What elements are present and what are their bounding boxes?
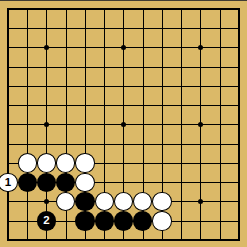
intersection[interactable]	[229, 230, 247, 247]
intersection[interactable]	[56, 76, 75, 95]
intersection[interactable]	[75, 230, 94, 247]
intersection[interactable]	[210, 0, 229, 19]
white-stone-numbered: 1	[0, 173, 18, 193]
intersection[interactable]	[114, 38, 133, 57]
intersection[interactable]	[172, 96, 191, 115]
intersection[interactable]	[229, 57, 247, 76]
intersection[interactable]	[75, 0, 94, 19]
intersection[interactable]	[152, 230, 171, 247]
intersection[interactable]	[133, 230, 152, 247]
intersection[interactable]	[95, 173, 114, 192]
intersection[interactable]	[0, 134, 18, 153]
intersection[interactable]	[133, 0, 152, 19]
intersection[interactable]	[152, 173, 171, 192]
intersection[interactable]	[0, 230, 18, 247]
intersection[interactable]	[210, 134, 229, 153]
intersection[interactable]	[229, 153, 247, 172]
intersection[interactable]	[152, 115, 171, 134]
intersection[interactable]	[75, 57, 94, 76]
intersection[interactable]	[114, 19, 133, 38]
intersection[interactable]: 2	[37, 211, 56, 230]
intersection[interactable]	[75, 153, 94, 172]
intersection[interactable]	[95, 153, 114, 172]
white-stone	[152, 192, 171, 212]
intersection[interactable]	[210, 153, 229, 172]
intersection[interactable]	[37, 153, 56, 172]
intersection[interactable]	[152, 211, 171, 230]
star-point	[44, 199, 49, 204]
black-stone	[18, 173, 37, 193]
intersection[interactable]	[172, 134, 191, 153]
black-stone	[114, 211, 133, 231]
intersection[interactable]	[172, 230, 191, 247]
intersection[interactable]	[56, 211, 75, 230]
intersection[interactable]	[0, 38, 18, 57]
intersection[interactable]	[133, 211, 152, 230]
intersection[interactable]	[229, 38, 247, 57]
go-diagram: 12	[0, 0, 247, 247]
intersection[interactable]	[37, 19, 56, 38]
intersection[interactable]	[229, 0, 247, 19]
intersection[interactable]	[0, 19, 18, 38]
intersection[interactable]	[37, 38, 56, 57]
intersection[interactable]	[75, 96, 94, 115]
intersection[interactable]	[56, 96, 75, 115]
intersection[interactable]	[114, 153, 133, 172]
star-point	[198, 122, 203, 127]
intersection[interactable]	[18, 38, 37, 57]
intersection[interactable]	[210, 230, 229, 247]
intersection[interactable]	[37, 115, 56, 134]
intersection[interactable]	[133, 173, 152, 192]
intersection[interactable]	[133, 192, 152, 211]
intersection[interactable]	[133, 134, 152, 153]
intersection[interactable]	[18, 134, 37, 153]
intersection[interactable]	[152, 134, 171, 153]
intersection[interactable]	[191, 115, 210, 134]
intersection[interactable]	[75, 115, 94, 134]
intersection[interactable]	[95, 38, 114, 57]
intersection[interactable]	[172, 0, 191, 19]
intersection[interactable]	[18, 173, 37, 192]
intersection[interactable]	[229, 19, 247, 38]
intersection[interactable]	[210, 96, 229, 115]
intersection[interactable]	[191, 134, 210, 153]
intersection[interactable]	[152, 153, 171, 172]
black-stone-numbered: 2	[37, 211, 56, 231]
intersection[interactable]	[114, 96, 133, 115]
intersection[interactable]	[191, 76, 210, 95]
intersection[interactable]	[191, 192, 210, 211]
black-stone	[133, 211, 152, 231]
intersection[interactable]	[95, 134, 114, 153]
intersection[interactable]	[75, 173, 94, 192]
black-stone	[56, 173, 75, 193]
intersection[interactable]	[56, 134, 75, 153]
intersection[interactable]	[114, 192, 133, 211]
intersection[interactable]	[37, 230, 56, 247]
intersection[interactable]	[210, 211, 229, 230]
intersection[interactable]	[133, 96, 152, 115]
intersection[interactable]	[229, 96, 247, 115]
intersection[interactable]	[18, 19, 37, 38]
intersection[interactable]	[191, 19, 210, 38]
star-point	[121, 45, 126, 50]
intersection[interactable]	[37, 134, 56, 153]
intersection[interactable]	[95, 230, 114, 247]
intersection[interactable]	[114, 134, 133, 153]
intersection[interactable]	[56, 0, 75, 19]
intersection[interactable]	[152, 76, 171, 95]
intersection[interactable]	[191, 0, 210, 19]
intersection[interactable]	[191, 230, 210, 247]
intersection[interactable]	[18, 96, 37, 115]
intersection[interactable]	[75, 211, 94, 230]
intersection[interactable]	[191, 211, 210, 230]
intersection[interactable]	[56, 173, 75, 192]
intersection[interactable]	[18, 57, 37, 76]
white-stone	[133, 192, 152, 212]
intersection[interactable]	[18, 153, 37, 172]
star-point	[44, 45, 49, 50]
intersection[interactable]	[18, 76, 37, 95]
intersection[interactable]	[172, 38, 191, 57]
white-stone	[56, 192, 75, 212]
intersection[interactable]	[133, 57, 152, 76]
intersection[interactable]	[229, 76, 247, 95]
intersection[interactable]	[95, 211, 114, 230]
intersection[interactable]	[152, 38, 171, 57]
intersection[interactable]	[133, 153, 152, 172]
intersection[interactable]	[75, 134, 94, 153]
intersection[interactable]	[37, 57, 56, 76]
intersection[interactable]	[37, 0, 56, 19]
intersection[interactable]	[37, 173, 56, 192]
white-stone	[75, 153, 94, 173]
intersection[interactable]	[133, 19, 152, 38]
intersection[interactable]	[191, 153, 210, 172]
intersection[interactable]	[75, 38, 94, 57]
intersection[interactable]	[56, 153, 75, 172]
intersection[interactable]	[56, 19, 75, 38]
intersection[interactable]	[210, 57, 229, 76]
intersection[interactable]	[0, 0, 18, 19]
intersection[interactable]	[172, 192, 191, 211]
intersection[interactable]	[229, 173, 247, 192]
intersection[interactable]	[172, 211, 191, 230]
white-stone	[75, 173, 94, 193]
intersection[interactable]	[114, 230, 133, 247]
intersection[interactable]	[114, 115, 133, 134]
intersection[interactable]	[0, 76, 18, 95]
intersection[interactable]	[133, 38, 152, 57]
intersection[interactable]	[172, 76, 191, 95]
intersection[interactable]	[210, 19, 229, 38]
black-stone	[37, 173, 56, 193]
intersection[interactable]	[95, 192, 114, 211]
intersection[interactable]	[56, 57, 75, 76]
intersection[interactable]	[210, 192, 229, 211]
intersection[interactable]	[133, 76, 152, 95]
intersection[interactable]	[114, 173, 133, 192]
intersection[interactable]	[0, 153, 18, 172]
black-stone	[75, 192, 94, 212]
intersection[interactable]	[229, 211, 247, 230]
intersection[interactable]	[229, 134, 247, 153]
intersection[interactable]	[37, 96, 56, 115]
intersection[interactable]	[114, 76, 133, 95]
intersection[interactable]	[0, 96, 18, 115]
intersection[interactable]	[210, 115, 229, 134]
intersection[interactable]	[75, 19, 94, 38]
star-point	[121, 122, 126, 127]
intersection[interactable]	[95, 0, 114, 19]
intersection[interactable]	[210, 173, 229, 192]
intersection[interactable]	[18, 192, 37, 211]
white-stone	[114, 192, 133, 212]
white-stone	[18, 153, 37, 173]
star-point	[198, 199, 203, 204]
intersection[interactable]	[229, 192, 247, 211]
intersection[interactable]	[152, 96, 171, 115]
star-point	[44, 122, 49, 127]
intersection[interactable]	[191, 96, 210, 115]
intersection[interactable]	[95, 96, 114, 115]
intersection[interactable]	[95, 76, 114, 95]
intersection[interactable]	[18, 115, 37, 134]
black-stone	[95, 211, 114, 231]
intersection[interactable]	[152, 19, 171, 38]
intersection[interactable]	[56, 115, 75, 134]
intersection[interactable]	[56, 38, 75, 57]
intersection[interactable]	[37, 192, 56, 211]
intersection[interactable]	[0, 57, 18, 76]
intersection[interactable]: 1	[0, 173, 18, 192]
intersection[interactable]	[56, 192, 75, 211]
intersection[interactable]	[133, 115, 152, 134]
intersection[interactable]	[0, 115, 18, 134]
intersection[interactable]	[114, 57, 133, 76]
intersection[interactable]	[95, 57, 114, 76]
intersection[interactable]	[56, 230, 75, 247]
intersection[interactable]	[114, 0, 133, 19]
white-stone	[56, 153, 75, 173]
go-board[interactable]: 12	[0, 0, 247, 247]
intersection[interactable]	[75, 76, 94, 95]
intersection[interactable]	[37, 76, 56, 95]
black-stone	[75, 211, 94, 231]
intersection[interactable]	[172, 153, 191, 172]
intersection[interactable]	[95, 115, 114, 134]
intersection[interactable]	[18, 211, 37, 230]
intersection[interactable]	[114, 211, 133, 230]
star-point	[198, 45, 203, 50]
intersection[interactable]	[172, 173, 191, 192]
intersection[interactable]	[95, 19, 114, 38]
intersection[interactable]	[152, 57, 171, 76]
intersection[interactable]	[172, 115, 191, 134]
intersection[interactable]	[191, 173, 210, 192]
intersection[interactable]	[172, 19, 191, 38]
intersection[interactable]	[210, 76, 229, 95]
intersection[interactable]	[210, 38, 229, 57]
intersection[interactable]	[229, 115, 247, 134]
white-stone	[152, 211, 171, 231]
intersection[interactable]	[172, 57, 191, 76]
intersection[interactable]	[191, 57, 210, 76]
intersection[interactable]	[0, 192, 18, 211]
intersection[interactable]	[191, 38, 210, 57]
intersection[interactable]	[152, 0, 171, 19]
intersection[interactable]	[75, 192, 94, 211]
intersection[interactable]	[0, 211, 18, 230]
intersection[interactable]	[18, 0, 37, 19]
white-stone	[37, 153, 56, 173]
intersection[interactable]	[18, 230, 37, 247]
intersection[interactable]	[152, 192, 171, 211]
white-stone	[95, 192, 114, 212]
